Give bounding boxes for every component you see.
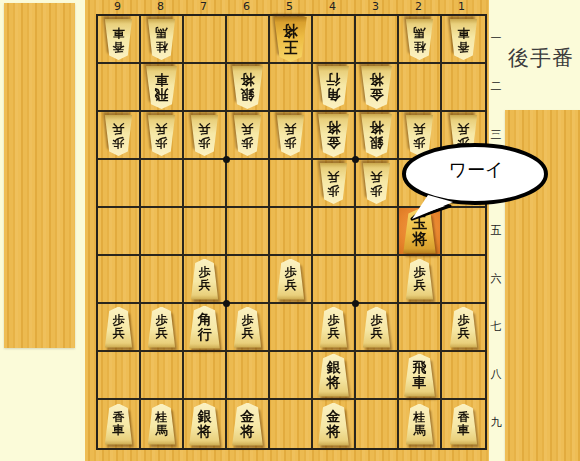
cell-5-8[interactable] [270,352,313,400]
piece-face: 歩兵 [232,115,263,156]
piece-gote-3-3[interactable]: 銀将 [359,114,394,157]
cell-8-7[interactable]: 歩兵 [141,304,184,352]
cell-6-6[interactable] [227,256,270,304]
cell-7-7[interactable]: 角行 [184,304,227,352]
cell-8-5[interactable] [141,208,184,256]
cell-6-9[interactable]: 金将 [227,400,270,448]
piece-gote-9-1[interactable]: 香車 [103,19,134,60]
piece-sente-8-9[interactable]: 桂馬 [146,404,177,445]
cell-5-5[interactable] [270,208,313,256]
piece-face: 歩兵 [318,307,349,348]
piece-face: 角行 [316,66,351,109]
rank-label: 八 [488,350,504,398]
sente-piece-stand [4,3,75,348]
piece-gote-5-3[interactable]: 歩兵 [275,115,306,156]
piece-sente-1-9[interactable]: 香車 [448,404,479,445]
star-point [352,300,359,307]
star-point [352,156,359,163]
piece-face: 銀将 [316,354,351,397]
star-point [223,156,230,163]
piece-sente-2-9[interactable]: 桂馬 [404,404,435,445]
cell-6-7[interactable]: 歩兵 [227,304,270,352]
cell-7-5[interactable] [184,208,227,256]
piece-sente-7-9[interactable]: 銀将 [187,403,222,446]
file-label: 7 [182,0,225,14]
cell-4-3[interactable]: 金将 [313,112,356,160]
piece-sente-3-7[interactable]: 歩兵 [361,307,392,348]
cell-9-7[interactable]: 歩兵 [98,304,141,352]
piece-sente-2-6[interactable]: 歩兵 [404,259,435,300]
file-label: 8 [139,0,182,14]
cell-6-8[interactable] [227,352,270,400]
cell-7-8[interactable] [184,352,227,400]
piece-face: 桂馬 [404,404,435,445]
cell-2-8[interactable]: 飛車 [399,352,442,400]
cell-9-2[interactable] [98,64,141,112]
cell-5-1[interactable]: 王将 [270,16,313,64]
cell-4-9[interactable]: 金将 [313,400,356,448]
cell-4-8[interactable]: 銀将 [313,352,356,400]
cell-4-7[interactable]: 歩兵 [313,304,356,352]
shogi-app: 987654321 香車桂馬王将桂馬香車飛車銀将角行金将歩兵歩兵歩兵歩兵歩兵金将… [0,0,580,461]
star-point [223,300,230,307]
cell-1-8[interactable] [442,352,485,400]
piece-gote-4-2[interactable]: 角行 [316,66,351,109]
piece-sente-5-6[interactable]: 歩兵 [275,259,306,300]
file-label: 4 [311,0,354,14]
cell-8-2[interactable]: 飛車 [141,64,184,112]
speech-bubble-text: ワーイ [404,158,548,182]
piece-face: 銀将 [230,66,265,109]
piece-face: 歩兵 [232,307,263,348]
piece-face: 飛車 [144,66,179,109]
cell-3-1[interactable] [356,16,399,64]
piece-sente-2-8[interactable]: 飛車 [402,354,437,397]
piece-sente-9-9[interactable]: 香車 [103,404,134,445]
piece-sente-4-7[interactable]: 歩兵 [318,307,349,348]
piece-sente-6-9[interactable]: 金将 [230,403,265,446]
cell-5-7[interactable] [270,304,313,352]
piece-sente-8-7[interactable]: 歩兵 [146,307,177,348]
piece-gote-6-2[interactable]: 銀将 [230,66,265,109]
rank-label: 九 [488,398,504,446]
file-labels: 987654321 [96,0,483,14]
cell-7-6[interactable]: 歩兵 [184,256,227,304]
piece-face: 歩兵 [103,115,134,156]
cell-7-1[interactable] [184,16,227,64]
piece-sente-4-8[interactable]: 銀将 [316,354,351,397]
cell-2-7[interactable] [399,304,442,352]
file-label: 6 [225,0,268,14]
piece-face: 香車 [103,19,134,60]
rank-label: 二 [488,62,504,110]
cell-6-1[interactable] [227,16,270,64]
cell-4-5[interactable] [313,208,356,256]
piece-sente-4-9[interactable]: 金将 [316,403,351,446]
cell-6-2[interactable]: 銀将 [227,64,270,112]
cell-7-2[interactable] [184,64,227,112]
piece-face: 歩兵 [189,259,220,300]
piece-face: 桂馬 [404,19,435,60]
rank-label: 一 [488,14,504,62]
cell-2-1[interactable]: 桂馬 [399,16,442,64]
piece-gote-5-1[interactable]: 王将 [272,17,309,62]
file-label: 1 [440,0,483,14]
cell-5-6[interactable]: 歩兵 [270,256,313,304]
cell-5-9[interactable] [270,400,313,448]
cell-1-7[interactable]: 歩兵 [442,304,485,352]
file-label: 9 [96,0,139,14]
cell-3-4[interactable]: 歩兵 [356,160,399,208]
piece-gote-4-3[interactable]: 金将 [316,114,351,157]
piece-gote-3-4[interactable]: 歩兵 [361,163,392,204]
cell-9-4[interactable] [98,160,141,208]
piece-face: 金将 [230,403,265,446]
cell-6-3[interactable]: 歩兵 [227,112,270,160]
piece-face: 歩兵 [146,115,177,156]
piece-gote-7-3[interactable]: 歩兵 [189,115,220,156]
cell-4-1[interactable] [313,16,356,64]
piece-gote-8-1[interactable]: 桂馬 [146,19,177,60]
cell-8-8[interactable] [141,352,184,400]
file-label: 5 [268,0,311,14]
piece-gote-4-4[interactable]: 歩兵 [318,163,349,204]
piece-face: 歩兵 [275,259,306,300]
piece-face: 角行 [187,306,222,349]
cell-7-9[interactable]: 銀将 [184,400,227,448]
rank-label: 六 [488,254,504,302]
piece-gote-3-2[interactable]: 金将 [359,66,394,109]
file-label: 2 [397,0,440,14]
cell-4-6[interactable] [313,256,356,304]
piece-face: 金将 [359,66,394,109]
piece-sente-1-7[interactable]: 歩兵 [448,307,479,348]
piece-face: 歩兵 [318,163,349,204]
cell-7-3[interactable]: 歩兵 [184,112,227,160]
cell-5-4[interactable] [270,160,313,208]
board-grid: 香車桂馬王将桂馬香車飛車銀将角行金将歩兵歩兵歩兵歩兵歩兵金将銀将歩兵歩兵歩兵歩兵… [96,14,487,450]
cell-8-6[interactable] [141,256,184,304]
piece-face: 歩兵 [275,115,306,156]
cell-1-9[interactable]: 香車 [442,400,485,448]
cell-9-3[interactable]: 歩兵 [98,112,141,160]
cell-4-2[interactable]: 角行 [313,64,356,112]
cell-5-2[interactable] [270,64,313,112]
piece-face: 歩兵 [448,307,479,348]
cell-6-5[interactable] [227,208,270,256]
piece-face: 歩兵 [103,307,134,348]
cell-3-7[interactable]: 歩兵 [356,304,399,352]
cell-9-8[interactable] [98,352,141,400]
piece-face: 香車 [103,404,134,445]
rank-label: 七 [488,302,504,350]
cell-3-9[interactable] [356,400,399,448]
piece-gote-1-1[interactable]: 香車 [448,19,479,60]
piece-face: 王将 [272,17,309,62]
cell-3-8[interactable] [356,352,399,400]
cell-8-9[interactable]: 桂馬 [141,400,184,448]
piece-sente-6-7[interactable]: 歩兵 [232,307,263,348]
piece-gote-2-1[interactable]: 桂馬 [404,19,435,60]
cell-3-3[interactable]: 銀将 [356,112,399,160]
rank-labels: 一二三四五六七八九 [488,14,504,446]
piece-face: 歩兵 [189,115,220,156]
file-label: 3 [354,0,397,14]
cell-2-6[interactable]: 歩兵 [399,256,442,304]
cell-3-5[interactable] [356,208,399,256]
piece-face: 金将 [316,114,351,157]
cell-8-1[interactable]: 桂馬 [141,16,184,64]
turn-indicator: 後手番 [505,44,577,72]
piece-face: 銀将 [187,403,222,446]
cell-7-4[interactable] [184,160,227,208]
piece-face: 金将 [316,403,351,446]
cell-3-2[interactable]: 金将 [356,64,399,112]
piece-face: 歩兵 [361,307,392,348]
cell-9-1[interactable]: 香車 [98,16,141,64]
cell-2-2[interactable] [399,64,442,112]
piece-face: 香車 [448,404,479,445]
cell-1-1[interactable]: 香車 [442,16,485,64]
shogi-board: 987654321 香車桂馬王将桂馬香車飛車銀将角行金将歩兵歩兵歩兵歩兵歩兵金将… [85,0,489,461]
piece-gote-9-3[interactable]: 歩兵 [103,115,134,156]
cell-8-3[interactable]: 歩兵 [141,112,184,160]
cell-9-9[interactable]: 香車 [98,400,141,448]
piece-face: 飛車 [402,354,437,397]
cell-6-4[interactable] [227,160,270,208]
piece-face: 歩兵 [404,259,435,300]
piece-face: 銀将 [359,114,394,157]
cell-4-4[interactable]: 歩兵 [313,160,356,208]
cell-1-6[interactable] [442,256,485,304]
piece-face: 歩兵 [146,307,177,348]
piece-gote-8-3[interactable]: 歩兵 [146,115,177,156]
piece-sente-9-7[interactable]: 歩兵 [103,307,134,348]
piece-face: 桂馬 [146,404,177,445]
cell-5-3[interactable]: 歩兵 [270,112,313,160]
cell-9-6[interactable] [98,256,141,304]
piece-face: 歩兵 [361,163,392,204]
cell-2-9[interactable]: 桂馬 [399,400,442,448]
cell-9-5[interactable] [98,208,141,256]
speech-bubble [398,140,554,224]
cell-8-4[interactable] [141,160,184,208]
cell-3-6[interactable] [356,256,399,304]
piece-face: 桂馬 [146,19,177,60]
piece-face: 香車 [448,19,479,60]
piece-sente-7-6[interactable]: 歩兵 [189,259,220,300]
piece-sente-7-7[interactable]: 角行 [187,306,222,349]
cell-1-2[interactable] [442,64,485,112]
piece-gote-8-2[interactable]: 飛車 [144,66,179,109]
piece-gote-6-3[interactable]: 歩兵 [232,115,263,156]
